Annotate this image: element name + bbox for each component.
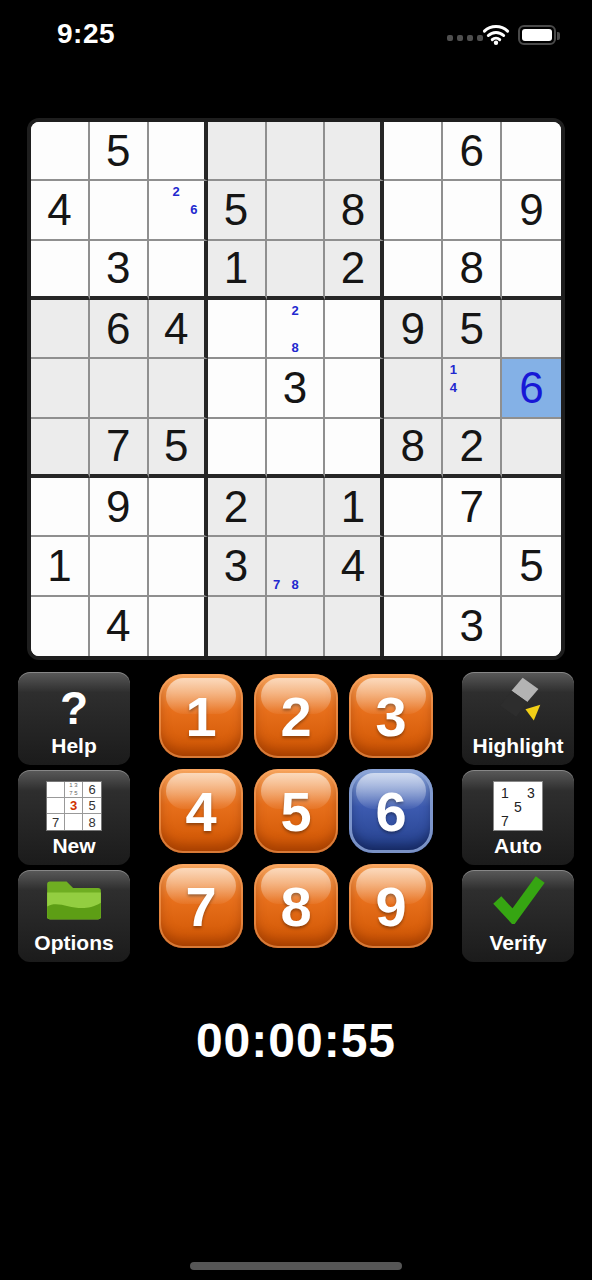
numpad-5[interactable]: 5	[254, 769, 338, 853]
cell-r9c3[interactable]	[149, 597, 208, 656]
cell-r6c2[interactable]: 7	[90, 419, 149, 478]
numpad-digit: 2	[254, 674, 338, 758]
cell-r8c9[interactable]: 5	[502, 537, 561, 596]
help-button-label: Help	[51, 734, 97, 758]
options-button[interactable]: Options	[18, 870, 130, 962]
cell-r9c6[interactable]	[325, 597, 384, 656]
auto-button[interactable]: 1357 Auto	[462, 770, 574, 865]
cell-r1c2[interactable]: 5	[90, 122, 149, 181]
cell-r4c6[interactable]	[325, 300, 384, 359]
given-digit: 2	[224, 485, 248, 529]
given-digit: 5	[106, 129, 130, 173]
numpad-9[interactable]: 9	[349, 864, 433, 948]
cell-r6c4[interactable]	[208, 419, 267, 478]
status-bar: 9:25	[0, 0, 592, 60]
clock-time: 9:25	[57, 18, 115, 50]
auto-button-label: Auto	[494, 834, 542, 858]
verify-button-label: Verify	[489, 931, 546, 955]
given-digit: 3	[283, 366, 307, 410]
cell-r4c3[interactable]: 4	[149, 300, 208, 359]
numpad-digit: 9	[349, 864, 433, 948]
given-digit: 4	[106, 604, 130, 648]
cell-r3c2[interactable]: 3	[90, 241, 149, 300]
cell-r8c5[interactable]: 78	[267, 537, 326, 596]
cell-r4c8[interactable]: 5	[443, 300, 502, 359]
given-digit: 5	[164, 424, 188, 468]
cell-r6c3[interactable]: 5	[149, 419, 208, 478]
cell-r2c7[interactable]	[384, 181, 443, 240]
cell-r6c6[interactable]	[325, 419, 384, 478]
given-digit: 4	[164, 307, 188, 351]
cell-r3c5[interactable]	[267, 241, 326, 300]
cell-r7c1[interactable]	[31, 478, 90, 537]
cell-r8c7[interactable]	[384, 537, 443, 596]
given-digit: 2	[341, 246, 365, 290]
cell-r7c8[interactable]: 7	[443, 478, 502, 537]
highlight-button-label: Highlight	[473, 734, 564, 758]
mini-sudoku-icon: 1 3 7 563578	[46, 781, 102, 831]
numpad-digit: 1	[159, 674, 243, 758]
cell-r4c2[interactable]: 6	[90, 300, 149, 359]
cell-r9c8[interactable]: 3	[443, 597, 502, 656]
cell-r3c6[interactable]: 2	[325, 241, 384, 300]
cell-r2c3[interactable]: 26	[149, 181, 208, 240]
cell-r8c3[interactable]	[149, 537, 208, 596]
cell-r7c4[interactable]: 2	[208, 478, 267, 537]
numpad-7[interactable]: 7	[159, 864, 243, 948]
cell-r2c6[interactable]: 8	[325, 181, 384, 240]
given-digit: 4	[47, 188, 71, 232]
mini-grid-icon: 1357	[493, 781, 543, 831]
question-mark-icon: ?	[60, 685, 88, 731]
cell-r2c9[interactable]: 9	[502, 181, 561, 240]
cell-r5c2[interactable]	[90, 359, 149, 418]
cell-r8c4[interactable]: 3	[208, 537, 267, 596]
cell-r2c1[interactable]: 4	[31, 181, 90, 240]
pencil-marks: 78	[268, 538, 323, 593]
pencil-marks: 26	[150, 182, 203, 237]
cell-r4c9[interactable]	[502, 300, 561, 359]
numpad-digit: 3	[349, 674, 433, 758]
given-digit: 1	[341, 485, 365, 529]
given-digit: 8	[341, 188, 365, 232]
cell-r7c9[interactable]	[502, 478, 561, 537]
numpad-4[interactable]: 4	[159, 769, 243, 853]
cell-r6c1[interactable]	[31, 419, 90, 478]
pencil-marks: 28	[268, 301, 323, 356]
given-digit: 9	[106, 485, 130, 529]
cell-r4c7[interactable]: 9	[384, 300, 443, 359]
given-digit: 3	[459, 604, 483, 648]
numpad-digit: 4	[159, 769, 243, 853]
numpad-digit: 7	[159, 864, 243, 948]
given-digit: 8	[401, 424, 425, 468]
cell-r9c7[interactable]	[384, 597, 443, 656]
new-button[interactable]: 1 3 7 563578 New	[18, 770, 130, 865]
given-digit: 5	[224, 188, 248, 232]
cellular-signal-icon	[447, 35, 483, 41]
cell-r6c5[interactable]	[267, 419, 326, 478]
cell-r1c6[interactable]	[325, 122, 384, 181]
green-check-icon	[491, 876, 545, 928]
cell-r1c9[interactable]	[502, 122, 561, 181]
cell-r8c6[interactable]: 4	[325, 537, 384, 596]
green-folder-icon	[43, 874, 105, 928]
cell-r7c3[interactable]	[149, 478, 208, 537]
numpad-6[interactable]: 6	[349, 769, 433, 853]
cell-r9c2[interactable]: 4	[90, 597, 149, 656]
verify-button[interactable]: Verify	[462, 870, 574, 962]
pencil-marks: 14	[444, 360, 499, 415]
cell-r8c1[interactable]: 1	[31, 537, 90, 596]
cell-r3c1[interactable]	[31, 241, 90, 300]
given-digit: 3	[224, 544, 248, 588]
cell-r1c5[interactable]	[267, 122, 326, 181]
cell-r3c9[interactable]	[502, 241, 561, 300]
given-digit: 7	[459, 485, 483, 529]
given-digit: 4	[341, 544, 365, 588]
cell-r6c7[interactable]: 8	[384, 419, 443, 478]
cell-r3c3[interactable]	[149, 241, 208, 300]
cell-r6c8[interactable]: 2	[443, 419, 502, 478]
cell-r4c4[interactable]	[208, 300, 267, 359]
cell-r3c8[interactable]: 8	[443, 241, 502, 300]
cell-r9c4[interactable]	[208, 597, 267, 656]
new-button-label: New	[52, 834, 95, 858]
cell-r9c9[interactable]	[502, 597, 561, 656]
highlight-button[interactable]: Highlight	[462, 672, 574, 765]
cell-r7c6[interactable]: 1	[325, 478, 384, 537]
cell-r1c1[interactable]	[31, 122, 90, 181]
user-digit: 6	[519, 366, 543, 410]
numpad-digit: 5	[254, 769, 338, 853]
cell-r8c8[interactable]	[443, 537, 502, 596]
cell-r1c7[interactable]	[384, 122, 443, 181]
cell-r7c5[interactable]	[267, 478, 326, 537]
given-digit: 8	[459, 246, 483, 290]
cell-r1c4[interactable]	[208, 122, 267, 181]
cell-r3c7[interactable]	[384, 241, 443, 300]
cell-r5c4[interactable]	[208, 359, 267, 418]
cell-r9c1[interactable]	[31, 597, 90, 656]
given-digit: 5	[519, 544, 543, 588]
numpad-3[interactable]: 3	[349, 674, 433, 758]
sudoku-grid: 56426589312864289531467582921713784543	[27, 118, 565, 660]
cell-r3c4[interactable]: 1	[208, 241, 267, 300]
game-timer: 00:00:55	[0, 1013, 592, 1068]
given-digit: 7	[106, 424, 130, 468]
cell-r1c8[interactable]: 6	[443, 122, 502, 181]
cell-r2c2[interactable]	[90, 181, 149, 240]
cell-r5c3[interactable]	[149, 359, 208, 418]
battery-icon	[518, 25, 556, 45]
number-pad: 123456789	[159, 674, 433, 948]
given-digit: 5	[459, 307, 483, 351]
given-digit: 6	[106, 307, 130, 351]
cell-r8c2[interactable]	[90, 537, 149, 596]
highlighter-icon	[490, 675, 546, 731]
given-digit: 1	[224, 246, 248, 290]
given-digit: 9	[401, 307, 425, 351]
wifi-icon	[482, 23, 510, 49]
cell-r5c5[interactable]: 3	[267, 359, 326, 418]
given-digit: 6	[459, 129, 483, 173]
given-digit: 1	[47, 544, 71, 588]
cell-r4c5[interactable]: 28	[267, 300, 326, 359]
home-indicator[interactable]	[190, 1262, 402, 1270]
help-button[interactable]: ? Help	[18, 672, 130, 765]
cell-r9c5[interactable]	[267, 597, 326, 656]
cell-r2c8[interactable]	[443, 181, 502, 240]
given-digit: 3	[106, 246, 130, 290]
cell-r7c2[interactable]: 9	[90, 478, 149, 537]
cell-r5c9[interactable]: 6	[502, 359, 561, 418]
numpad-1[interactable]: 1	[159, 674, 243, 758]
cell-r5c7[interactable]	[384, 359, 443, 418]
numpad-2[interactable]: 2	[254, 674, 338, 758]
numpad-digit: 6	[349, 769, 433, 853]
cell-r6c9[interactable]	[502, 419, 561, 478]
cell-r1c3[interactable]	[149, 122, 208, 181]
cell-r4c1[interactable]	[31, 300, 90, 359]
cell-r7c7[interactable]	[384, 478, 443, 537]
cell-r2c4[interactable]: 5	[208, 181, 267, 240]
numpad-digit: 8	[254, 864, 338, 948]
cell-r5c1[interactable]	[31, 359, 90, 418]
options-button-label: Options	[34, 931, 113, 955]
cell-r5c6[interactable]	[325, 359, 384, 418]
given-digit: 2	[459, 424, 483, 468]
cell-r2c5[interactable]	[267, 181, 326, 240]
given-digit: 9	[519, 188, 543, 232]
numpad-8[interactable]: 8	[254, 864, 338, 948]
cell-r5c8[interactable]: 14	[443, 359, 502, 418]
